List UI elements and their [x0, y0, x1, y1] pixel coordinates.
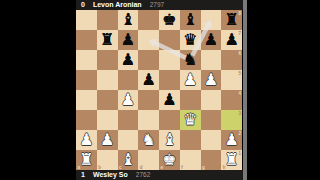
white-bishop-piece[interactable]: ♝: [159, 130, 180, 150]
square-a3[interactable]: [76, 110, 97, 130]
square-d6[interactable]: [138, 50, 159, 70]
square-b2[interactable]: ♟: [97, 130, 118, 150]
square-c2[interactable]: [118, 130, 139, 150]
square-h7[interactable]: ♟7: [221, 30, 242, 50]
square-g7[interactable]: ♟: [201, 30, 222, 50]
square-d2[interactable]: ♞: [138, 130, 159, 150]
square-a7[interactable]: [76, 30, 97, 50]
rank-label-5: 5: [238, 71, 241, 76]
square-c8[interactable]: ♝: [118, 10, 139, 30]
square-g6[interactable]: [201, 50, 222, 70]
square-h5[interactable]: 5: [221, 70, 242, 90]
square-g3[interactable]: [201, 110, 222, 130]
square-f8[interactable]: ♝: [180, 10, 201, 30]
file-label-b: b: [98, 165, 101, 170]
square-e7[interactable]: [159, 30, 180, 50]
square-c6[interactable]: ♟: [118, 50, 139, 70]
square-f3[interactable]: ♛: [180, 110, 201, 130]
white-pawn-piece[interactable]: ♟: [180, 70, 201, 90]
square-h3[interactable]: 3: [221, 110, 242, 130]
square-d1[interactable]: d: [138, 150, 159, 170]
square-e6[interactable]: [159, 50, 180, 70]
square-a4[interactable]: [76, 90, 97, 110]
square-h8[interactable]: ♜8: [221, 10, 242, 30]
black-pawn-piece[interactable]: ♟: [118, 50, 139, 70]
file-label-f: f: [181, 165, 183, 170]
file-label-e: e: [161, 165, 164, 170]
square-d5[interactable]: ♟: [138, 70, 159, 90]
square-e8[interactable]: ♚: [159, 10, 180, 30]
video-frame: 0 Levon Aronian 2797 ♝♚♝♜8♜♟♛♟♟7♟♞6♟♟♟5♟…: [0, 0, 320, 180]
square-b6[interactable]: [97, 50, 118, 70]
square-d8[interactable]: [138, 10, 159, 30]
black-pawn-piece[interactable]: ♟: [159, 90, 180, 110]
file-label-a: a: [78, 165, 81, 170]
rank-label-8: 8: [238, 11, 241, 16]
white-queen-piece[interactable]: ♛: [180, 110, 201, 130]
square-h6[interactable]: 6: [221, 50, 242, 70]
square-f6[interactable]: ♞: [180, 50, 201, 70]
square-b3[interactable]: [97, 110, 118, 130]
square-c5[interactable]: [118, 70, 139, 90]
rank-label-4: 4: [238, 91, 241, 96]
white-pawn-piece[interactable]: ♟: [97, 130, 118, 150]
top-player-bar: 0 Levon Aronian 2797: [76, 0, 243, 10]
letterbox-left: [0, 0, 76, 180]
square-c1[interactable]: ♝c: [118, 150, 139, 170]
square-e1[interactable]: ♚e: [159, 150, 180, 170]
white-pawn-piece[interactable]: ♟: [201, 70, 222, 90]
square-g1[interactable]: g: [201, 150, 222, 170]
letterbox-right: [247, 0, 320, 180]
top-player-score: 0: [81, 0, 85, 10]
square-g8[interactable]: [201, 10, 222, 30]
square-a1[interactable]: ♜a: [76, 150, 97, 170]
square-g5[interactable]: ♟: [201, 70, 222, 90]
bottom-player-bar: 1 Wesley So 2762: [76, 170, 243, 180]
white-pawn-piece[interactable]: ♟: [76, 130, 97, 150]
square-f5[interactable]: ♟: [180, 70, 201, 90]
chess-board[interactable]: ♝♚♝♜8♜♟♛♟♟7♟♞6♟♟♟5♟♟4♛3♟♟♞♝♟2♜ab♝cd♚efg♜…: [76, 10, 242, 170]
square-d7[interactable]: [138, 30, 159, 50]
square-d4[interactable]: [138, 90, 159, 110]
black-pawn-piece[interactable]: ♟: [201, 30, 222, 50]
square-e3[interactable]: [159, 110, 180, 130]
file-label-c: c: [119, 165, 122, 170]
square-b5[interactable]: [97, 70, 118, 90]
top-player-rating: 2797: [150, 0, 164, 10]
square-h4[interactable]: 4: [221, 90, 242, 110]
square-b1[interactable]: b: [97, 150, 118, 170]
file-label-d: d: [140, 165, 143, 170]
square-a2[interactable]: ♟: [76, 130, 97, 150]
black-pawn-piece[interactable]: ♟: [118, 30, 139, 50]
rank-label-6: 6: [238, 51, 241, 56]
square-a6[interactable]: [76, 50, 97, 70]
file-label-h: h: [223, 165, 226, 170]
rank-label-2: 2: [238, 131, 241, 136]
square-a8[interactable]: [76, 10, 97, 30]
square-c3[interactable]: [118, 110, 139, 130]
square-b8[interactable]: [97, 10, 118, 30]
square-f4[interactable]: [180, 90, 201, 110]
square-e5[interactable]: [159, 70, 180, 90]
square-d3[interactable]: [138, 110, 159, 130]
black-pawn-piece[interactable]: ♟: [138, 70, 159, 90]
square-f7[interactable]: ♛: [180, 30, 201, 50]
black-bishop-piece[interactable]: ♝: [118, 10, 139, 30]
rank-label-1: 1: [238, 151, 241, 156]
black-knight-piece[interactable]: ♞: [180, 50, 201, 70]
square-c7[interactable]: ♟: [118, 30, 139, 50]
square-c4[interactable]: ♟: [118, 90, 139, 110]
square-h2[interactable]: ♟2: [221, 130, 242, 150]
white-pawn-piece[interactable]: ♟: [118, 90, 139, 110]
white-knight-piece[interactable]: ♞: [138, 130, 159, 150]
square-b7[interactable]: ♜: [97, 30, 118, 50]
square-h1[interactable]: ♜1h: [221, 150, 242, 170]
square-b4[interactable]: [97, 90, 118, 110]
square-a5[interactable]: [76, 70, 97, 90]
black-king-piece[interactable]: ♚: [159, 10, 180, 30]
bottom-player-score: 1: [81, 170, 85, 180]
bottom-player-rating: 2762: [136, 170, 150, 180]
square-g2[interactable]: [201, 130, 222, 150]
square-f2[interactable]: [180, 130, 201, 150]
square-e2[interactable]: ♝: [159, 130, 180, 150]
bottom-player-name: Wesley So: [93, 170, 128, 180]
file-label-g: g: [202, 165, 205, 170]
square-e4[interactable]: ♟: [159, 90, 180, 110]
top-player-name: Levon Aronian: [93, 0, 142, 10]
black-bishop-piece[interactable]: ♝: [180, 10, 201, 30]
black-queen-piece[interactable]: ♛: [180, 30, 201, 50]
rank-label-7: 7: [238, 31, 241, 36]
rank-label-3: 3: [238, 111, 241, 116]
black-rook-piece[interactable]: ♜: [97, 30, 118, 50]
square-g4[interactable]: [201, 90, 222, 110]
square-f1[interactable]: f: [180, 150, 201, 170]
